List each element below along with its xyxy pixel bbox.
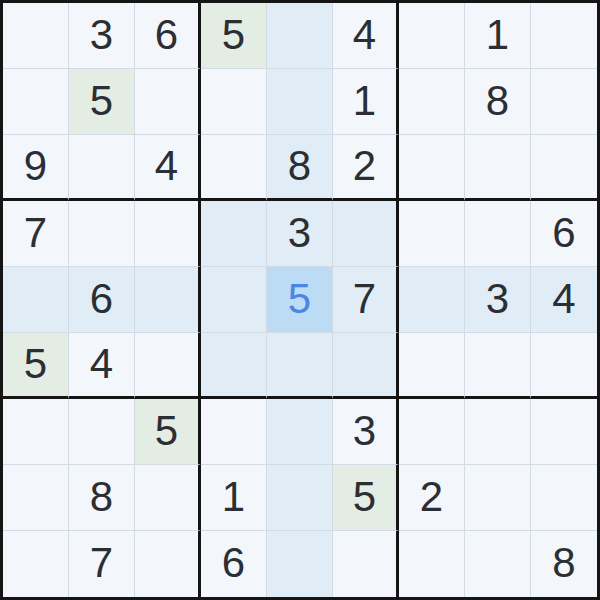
cell-r2c2[interactable]: 5 <box>69 69 135 135</box>
cell-r3c2[interactable] <box>69 135 135 201</box>
cell-r5c6[interactable]: 7 <box>333 267 399 333</box>
cell-r4c8[interactable] <box>465 201 531 267</box>
cell-digit: 8 <box>288 145 311 187</box>
cell-r2c1[interactable] <box>3 69 69 135</box>
cell-r6c4[interactable] <box>201 333 267 399</box>
cell-r3c5[interactable]: 8 <box>267 135 333 201</box>
cell-r5c4[interactable] <box>201 267 267 333</box>
cell-r7c5[interactable] <box>267 399 333 465</box>
cell-r7c9[interactable] <box>531 399 597 465</box>
cell-r1c1[interactable] <box>3 3 69 69</box>
cell-digit: 3 <box>486 278 509 320</box>
cell-r3c1[interactable]: 9 <box>3 135 69 201</box>
cell-digit: 7 <box>24 212 47 254</box>
cell-digit: 4 <box>353 14 376 56</box>
sudoku-board: 3654151894827366573454538152768 <box>0 0 600 600</box>
cell-r6c2[interactable]: 4 <box>69 333 135 399</box>
cell-r3c6[interactable]: 2 <box>333 135 399 201</box>
cell-digit: 3 <box>353 410 376 452</box>
cell-r4c1[interactable]: 7 <box>3 201 69 267</box>
cell-r8c3[interactable] <box>135 465 201 531</box>
cell-r2c4[interactable] <box>201 69 267 135</box>
cell-r1c8[interactable]: 1 <box>465 3 531 69</box>
cell-digit: 5 <box>288 278 311 320</box>
cell-r4c6[interactable] <box>333 201 399 267</box>
cell-digit: 5 <box>353 476 376 518</box>
cell-r6c8[interactable] <box>465 333 531 399</box>
cell-digit: 6 <box>552 212 575 254</box>
cell-digit: 6 <box>90 278 113 320</box>
cell-r8c9[interactable] <box>531 465 597 531</box>
cell-r5c3[interactable] <box>135 267 201 333</box>
cell-r4c9[interactable]: 6 <box>531 201 597 267</box>
cell-r7c3[interactable]: 5 <box>135 399 201 465</box>
cell-digit: 7 <box>353 278 376 320</box>
cell-r7c8[interactable] <box>465 399 531 465</box>
cell-r2c8[interactable]: 8 <box>465 69 531 135</box>
cell-r9c5[interactable] <box>267 531 333 597</box>
cell-digit: 5 <box>90 80 113 122</box>
cell-digit: 4 <box>155 145 178 187</box>
cell-digit: 3 <box>90 14 113 56</box>
cell-digit: 8 <box>90 476 113 518</box>
cell-r9c4[interactable]: 6 <box>201 531 267 597</box>
cell-r8c4[interactable]: 1 <box>201 465 267 531</box>
cell-r8c1[interactable] <box>3 465 69 531</box>
cell-r4c4[interactable] <box>201 201 267 267</box>
cell-r3c8[interactable] <box>465 135 531 201</box>
cell-r4c2[interactable] <box>69 201 135 267</box>
cell-r6c1[interactable]: 5 <box>3 333 69 399</box>
cell-r8c8[interactable] <box>465 465 531 531</box>
cell-r5c7[interactable] <box>399 267 465 333</box>
cell-r2c7[interactable] <box>399 69 465 135</box>
cell-r8c5[interactable] <box>267 465 333 531</box>
cell-r9c7[interactable] <box>399 531 465 597</box>
cell-digit: 5 <box>222 14 245 56</box>
cell-r6c3[interactable] <box>135 333 201 399</box>
cell-digit: 7 <box>90 542 113 584</box>
cell-r4c3[interactable] <box>135 201 201 267</box>
cell-r2c3[interactable] <box>135 69 201 135</box>
cell-r5c8[interactable]: 3 <box>465 267 531 333</box>
cell-r6c6[interactable] <box>333 333 399 399</box>
cell-digit: 8 <box>552 542 575 584</box>
cell-r1c9[interactable] <box>531 3 597 69</box>
cell-digit: 1 <box>222 476 245 518</box>
cell-r7c6[interactable]: 3 <box>333 399 399 465</box>
cell-digit: 1 <box>353 80 376 122</box>
cell-digit: 3 <box>288 212 311 254</box>
cell-r5c2[interactable]: 6 <box>69 267 135 333</box>
cell-digit: 1 <box>486 14 509 56</box>
cell-r5c9[interactable]: 4 <box>531 267 597 333</box>
cell-r8c6[interactable]: 5 <box>333 465 399 531</box>
cell-r9c9[interactable]: 8 <box>531 531 597 597</box>
cell-digit: 2 <box>420 476 443 518</box>
cell-r6c7[interactable] <box>399 333 465 399</box>
cell-r4c5[interactable]: 3 <box>267 201 333 267</box>
cell-r1c3[interactable]: 6 <box>135 3 201 69</box>
cell-r5c1[interactable] <box>3 267 69 333</box>
cell-r7c1[interactable] <box>3 399 69 465</box>
cell-r2c5[interactable] <box>267 69 333 135</box>
cell-r8c7[interactable]: 2 <box>399 465 465 531</box>
cell-digit: 2 <box>353 145 376 187</box>
cell-r7c2[interactable] <box>69 399 135 465</box>
cell-r1c2[interactable]: 3 <box>69 3 135 69</box>
cell-digit: 4 <box>90 343 113 385</box>
cell-r3c9[interactable] <box>531 135 597 201</box>
cell-r6c5[interactable] <box>267 333 333 399</box>
cell-r4c7[interactable] <box>399 201 465 267</box>
cell-digit: 5 <box>155 410 178 452</box>
cell-r1c4[interactable]: 5 <box>201 3 267 69</box>
cell-r9c2[interactable]: 7 <box>69 531 135 597</box>
cell-digit: 8 <box>486 80 509 122</box>
cell-digit: 5 <box>24 343 47 385</box>
cell-r7c4[interactable] <box>201 399 267 465</box>
cell-r9c3[interactable] <box>135 531 201 597</box>
cell-r8c2[interactable]: 8 <box>69 465 135 531</box>
cell-r1c5[interactable] <box>267 3 333 69</box>
cell-r2c6[interactable]: 1 <box>333 69 399 135</box>
cell-r3c4[interactable] <box>201 135 267 201</box>
cell-digit: 9 <box>24 145 47 187</box>
cell-r6c9[interactable] <box>531 333 597 399</box>
cell-r7c7[interactable] <box>399 399 465 465</box>
cell-r3c3[interactable]: 4 <box>135 135 201 201</box>
cell-r9c1[interactable] <box>3 531 69 597</box>
cell-r9c8[interactable] <box>465 531 531 597</box>
cell-digit: 4 <box>552 278 575 320</box>
cell-digit: 6 <box>222 542 245 584</box>
cell-r1c6[interactable]: 4 <box>333 3 399 69</box>
cell-r5c5[interactable]: 5 <box>267 267 333 333</box>
cell-r1c7[interactable] <box>399 3 465 69</box>
cell-r2c9[interactable] <box>531 69 597 135</box>
cell-digit: 6 <box>155 14 178 56</box>
cell-r3c7[interactable] <box>399 135 465 201</box>
cell-r9c6[interactable] <box>333 531 399 597</box>
